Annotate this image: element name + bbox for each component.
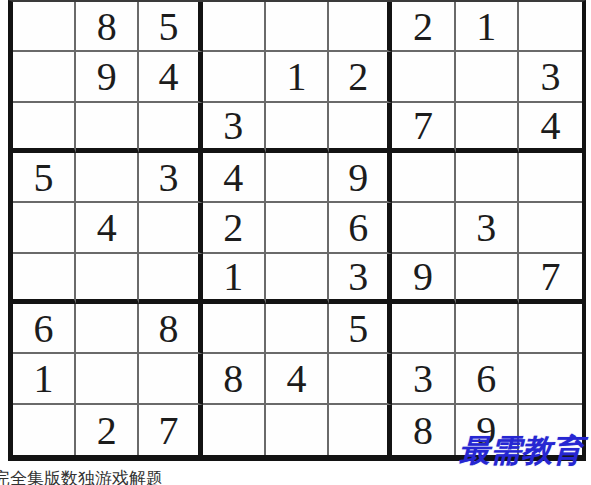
given-digit: 6 xyxy=(476,359,496,399)
cell-r3c1 xyxy=(13,103,76,153)
cell-r5c5 xyxy=(266,203,329,253)
cell-r4c9 xyxy=(519,153,582,203)
given-digit: 8 xyxy=(97,7,117,47)
cell-r4c7 xyxy=(392,153,455,203)
cell-r2c3: 4 xyxy=(139,52,202,102)
given-digit: 3 xyxy=(159,158,179,198)
cell-r5c2: 4 xyxy=(76,203,139,253)
cell-r7c1: 6 xyxy=(13,304,76,354)
cell-r9c6 xyxy=(329,405,392,455)
given-digit: 9 xyxy=(413,257,433,297)
cell-r7c9 xyxy=(519,304,582,354)
cell-r7c5 xyxy=(266,304,329,354)
cell-r1c6 xyxy=(329,2,392,52)
cell-r6c8 xyxy=(456,254,519,304)
cell-r6c2 xyxy=(76,254,139,304)
cell-r8c2 xyxy=(76,354,139,404)
cell-r8c9 xyxy=(519,354,582,404)
given-digit: 6 xyxy=(34,309,54,349)
given-digit: 2 xyxy=(413,7,433,47)
given-digit: 1 xyxy=(286,57,306,97)
cell-r3c5 xyxy=(266,103,329,153)
given-digit: 7 xyxy=(159,411,179,451)
cell-r3c7: 7 xyxy=(392,103,455,153)
given-digit: 8 xyxy=(223,359,243,399)
given-digit: 3 xyxy=(348,257,368,297)
given-digit: 2 xyxy=(223,208,243,248)
cell-r7c8 xyxy=(456,304,519,354)
cell-r2c6: 2 xyxy=(329,52,392,102)
cell-r4c8 xyxy=(456,153,519,203)
cell-r3c4: 3 xyxy=(203,103,266,153)
given-digit: 3 xyxy=(413,359,433,399)
cell-r7c7 xyxy=(392,304,455,354)
cell-r4c3: 3 xyxy=(139,153,202,203)
cell-r6c1 xyxy=(13,254,76,304)
cell-r2c9: 3 xyxy=(519,52,582,102)
cell-r6c5 xyxy=(266,254,329,304)
given-digit: 9 xyxy=(97,57,117,97)
cell-r2c7 xyxy=(392,52,455,102)
cell-r7c4 xyxy=(203,304,266,354)
cell-r6c6: 3 xyxy=(329,254,392,304)
cell-r4c2 xyxy=(76,153,139,203)
cell-r9c1 xyxy=(13,405,76,455)
cell-r5c9 xyxy=(519,203,582,253)
cell-r2c1 xyxy=(13,52,76,102)
watermark-text: 最需教育 xyxy=(459,435,591,466)
cell-r9c4 xyxy=(203,405,266,455)
cell-r9c3: 7 xyxy=(139,405,202,455)
cell-r4c6: 9 xyxy=(329,153,392,203)
caption-text: 完全集版数独游戏解题 xyxy=(0,470,163,485)
cell-r8c8: 6 xyxy=(456,354,519,404)
given-digit: 1 xyxy=(223,257,243,297)
cell-r7c2 xyxy=(76,304,139,354)
cell-r1c8: 1 xyxy=(456,2,519,52)
cell-r5c1 xyxy=(13,203,76,253)
cell-r5c8: 3 xyxy=(456,203,519,253)
given-digit: 2 xyxy=(97,411,117,451)
cell-r1c7: 2 xyxy=(392,2,455,52)
given-digit: 8 xyxy=(413,411,433,451)
cell-r9c5 xyxy=(266,405,329,455)
cell-r6c9: 7 xyxy=(519,254,582,304)
cell-r8c1: 1 xyxy=(13,354,76,404)
cell-r1c3: 5 xyxy=(139,2,202,52)
cell-r8c6 xyxy=(329,354,392,404)
cell-r5c3 xyxy=(139,203,202,253)
cell-r1c2: 8 xyxy=(76,2,139,52)
given-digit: 9 xyxy=(348,158,368,198)
given-digit: 5 xyxy=(159,7,179,47)
given-digit: 4 xyxy=(286,359,306,399)
cell-r4c5 xyxy=(266,153,329,203)
cell-r5c6: 6 xyxy=(329,203,392,253)
cell-r1c4 xyxy=(203,2,266,52)
given-digit: 6 xyxy=(348,208,368,248)
cell-r1c1 xyxy=(13,2,76,52)
cell-r2c4 xyxy=(203,52,266,102)
cell-r1c5 xyxy=(266,2,329,52)
given-digit: 7 xyxy=(413,106,433,146)
sudoku-board: 852194123374534942631397685184362789 xyxy=(8,0,586,461)
given-digit: 4 xyxy=(540,106,560,146)
cell-r3c2 xyxy=(76,103,139,153)
cell-r6c4: 1 xyxy=(203,254,266,304)
cell-r9c7: 8 xyxy=(392,405,455,455)
cell-r3c6 xyxy=(329,103,392,153)
cell-r4c1: 5 xyxy=(13,153,76,203)
given-digit: 8 xyxy=(159,309,179,349)
given-digit: 7 xyxy=(540,257,560,297)
cell-r7c3: 8 xyxy=(139,304,202,354)
cell-r1c9 xyxy=(519,2,582,52)
given-digit: 5 xyxy=(348,309,368,349)
cell-r2c5: 1 xyxy=(266,52,329,102)
cell-r9c2: 2 xyxy=(76,405,139,455)
given-digit: 1 xyxy=(476,7,496,47)
cell-r8c3 xyxy=(139,354,202,404)
cell-r3c9: 4 xyxy=(519,103,582,153)
cell-r5c4: 2 xyxy=(203,203,266,253)
cell-r3c3 xyxy=(139,103,202,153)
cell-r5c7 xyxy=(392,203,455,253)
given-digit: 5 xyxy=(34,158,54,198)
cell-r8c5: 4 xyxy=(266,354,329,404)
given-digit: 4 xyxy=(223,158,243,198)
cell-r2c2: 9 xyxy=(76,52,139,102)
cell-r8c7: 3 xyxy=(392,354,455,404)
cell-r3c8 xyxy=(456,103,519,153)
given-digit: 3 xyxy=(540,57,560,97)
given-digit: 3 xyxy=(223,106,243,146)
given-digit: 3 xyxy=(476,208,496,248)
cell-r2c8 xyxy=(456,52,519,102)
cell-r7c6: 5 xyxy=(329,304,392,354)
given-digit: 2 xyxy=(348,57,368,97)
given-digit: 4 xyxy=(159,57,179,97)
cell-r6c7: 9 xyxy=(392,254,455,304)
cell-r4c4: 4 xyxy=(203,153,266,203)
given-digit: 1 xyxy=(34,359,54,399)
cell-r6c3 xyxy=(139,254,202,304)
given-digit: 4 xyxy=(97,208,117,248)
cell-r8c4: 8 xyxy=(203,354,266,404)
